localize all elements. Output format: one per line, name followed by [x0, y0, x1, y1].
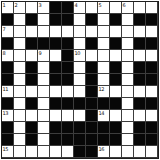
blocked-cell-r4c3 — [26, 38, 38, 50]
cell-r1c12[interactable] — [134, 2, 146, 14]
cell-r2c11[interactable] — [122, 14, 134, 26]
cell-r10c1[interactable]: 13 — [2, 110, 14, 122]
cell-r5c13[interactable] — [146, 50, 158, 62]
cell-r2c7[interactable] — [74, 14, 86, 26]
cell-r3c6[interactable] — [62, 26, 74, 38]
blocked-cell-r6c8 — [86, 62, 98, 74]
clue-number: 6 — [123, 2, 126, 8]
blocked-cell-r12c6 — [62, 134, 74, 146]
cell-r8c12[interactable] — [134, 86, 146, 98]
cell-r7c2[interactable] — [14, 74, 26, 86]
cell-r10c2[interactable] — [14, 110, 26, 122]
blocked-cell-r7c6 — [62, 74, 74, 86]
blocked-cell-r11c9 — [98, 122, 110, 134]
cell-r8c10[interactable] — [110, 86, 122, 98]
clue-number: 2 — [15, 2, 18, 8]
cell-r10c6[interactable] — [62, 110, 74, 122]
cell-r11c4[interactable] — [38, 122, 50, 134]
clue-number: 5 — [99, 2, 102, 8]
blocked-cell-r2c1 — [2, 14, 14, 26]
clue-number: 9 — [39, 50, 42, 56]
blocked-cell-r4c8 — [86, 38, 98, 50]
cell-r10c12[interactable] — [134, 110, 146, 122]
blocked-cell-r13c8 — [86, 146, 98, 158]
cell-r6c4[interactable] — [38, 62, 50, 74]
blocked-cell-r4c10 — [110, 38, 122, 50]
cell-r5c12[interactable] — [134, 50, 146, 62]
blocked-cell-r11c1 — [2, 122, 14, 134]
blocked-cell-r10c8 — [86, 110, 98, 122]
cell-r3c9[interactable] — [98, 26, 110, 38]
cell-r10c7[interactable] — [74, 110, 86, 122]
blocked-cell-r9c12 — [134, 98, 146, 110]
cell-r2c2[interactable] — [14, 14, 26, 26]
cell-r11c2[interactable] — [14, 122, 26, 134]
cell-r8c11[interactable] — [122, 86, 134, 98]
cell-r8c3[interactable] — [26, 86, 38, 98]
cell-r12c4[interactable] — [38, 134, 50, 146]
clue-number: 16 — [99, 146, 104, 152]
cell-r1c11[interactable]: 6 — [122, 2, 134, 14]
cell-r5c10[interactable] — [110, 50, 122, 62]
cell-r4c7[interactable] — [74, 38, 86, 50]
cell-r1c9[interactable]: 5 — [98, 2, 110, 14]
blocked-cell-r2c8 — [86, 14, 98, 26]
cell-r9c11[interactable] — [122, 98, 134, 110]
blocked-cell-r9c5 — [50, 98, 62, 110]
blocked-cell-r1c6 — [62, 2, 74, 14]
blocked-cell-r6c12 — [134, 62, 146, 74]
cell-r2c9[interactable] — [98, 14, 110, 26]
cell-r5c1[interactable]: 8 — [2, 50, 14, 62]
blocked-cell-r7c12 — [134, 74, 146, 86]
blocked-cell-r4c4 — [38, 38, 50, 50]
blocked-cell-r6c13 — [146, 62, 158, 74]
blocked-cell-r1c5 — [50, 2, 62, 14]
blocked-cell-r9c9 — [98, 98, 110, 110]
cell-r11c11[interactable] — [122, 122, 134, 134]
cell-r3c8[interactable] — [86, 26, 98, 38]
cell-r13c2[interactable] — [14, 146, 26, 158]
cell-r4c2[interactable] — [14, 38, 26, 50]
cell-r3c3[interactable] — [26, 26, 38, 38]
cell-r8c7[interactable] — [74, 86, 86, 98]
cell-r6c2[interactable] — [14, 62, 26, 74]
blocked-cell-r12c12 — [134, 134, 146, 146]
cell-r5c2[interactable] — [14, 50, 26, 62]
cell-r8c13[interactable] — [146, 86, 158, 98]
blocked-cell-r9c8 — [86, 98, 98, 110]
cell-r6c7[interactable] — [74, 62, 86, 74]
cell-r13c5[interactable] — [50, 146, 62, 158]
blocked-cell-r12c1 — [2, 134, 14, 146]
blocked-cell-r11c10 — [110, 122, 122, 134]
cell-r13c9[interactable]: 16 — [98, 146, 110, 158]
blocked-cell-r9c6 — [62, 98, 74, 110]
cell-r12c11[interactable] — [122, 134, 134, 146]
cell-r5c4[interactable]: 9 — [38, 50, 50, 62]
clue-number: 12 — [99, 86, 104, 92]
cell-r8c9[interactable]: 12 — [98, 86, 110, 98]
clue-number: 14 — [99, 110, 104, 116]
blocked-cell-r9c13 — [146, 98, 158, 110]
cell-r7c11[interactable] — [122, 74, 134, 86]
cell-r13c10[interactable] — [110, 146, 122, 158]
blocked-cell-r2c5 — [50, 14, 62, 26]
blocked-cell-r5c6 — [62, 50, 74, 62]
blocked-cell-r4c12 — [134, 38, 146, 50]
cell-r13c3[interactable] — [26, 146, 38, 158]
cell-r3c11[interactable] — [122, 26, 134, 38]
cell-r5c11[interactable] — [122, 50, 134, 62]
blocked-cell-r7c5 — [50, 74, 62, 86]
cell-r3c10[interactable] — [110, 26, 122, 38]
cell-r1c2[interactable]: 2 — [14, 2, 26, 14]
blocked-cell-r9c7 — [74, 98, 86, 110]
cell-r8c4[interactable] — [38, 86, 50, 98]
cell-r10c3[interactable] — [26, 110, 38, 122]
blocked-cell-r6c1 — [2, 62, 14, 74]
blocked-cell-r6c10 — [110, 62, 122, 74]
cell-r9c4[interactable] — [38, 98, 50, 110]
crossword-board: 12345678910111213141516 — [1, 1, 159, 159]
cell-r6c9[interactable] — [98, 62, 110, 74]
cell-r13c13[interactable] — [146, 146, 158, 158]
blocked-cell-r2c6 — [62, 14, 74, 26]
blocked-cell-r11c12 — [134, 122, 146, 134]
blocked-cell-r2c13 — [146, 14, 158, 26]
cell-r7c7[interactable] — [74, 74, 86, 86]
cell-r4c9[interactable] — [98, 38, 110, 50]
cell-r9c2[interactable] — [14, 98, 26, 110]
cell-r10c11[interactable] — [122, 110, 134, 122]
cell-r10c10[interactable] — [110, 110, 122, 122]
cell-r7c9[interactable] — [98, 74, 110, 86]
cell-r1c10[interactable] — [110, 2, 122, 14]
cell-r12c2[interactable] — [14, 134, 26, 146]
blocked-cell-r7c1 — [2, 74, 14, 86]
clue-number: 1 — [3, 2, 6, 8]
cell-r1c4[interactable]: 3 — [38, 2, 50, 14]
blocked-cell-r7c3 — [26, 74, 38, 86]
blocked-cell-r4c6 — [62, 38, 74, 50]
cell-r3c2[interactable] — [14, 26, 26, 38]
cell-r13c6[interactable] — [62, 146, 74, 158]
blocked-cell-r11c8 — [86, 122, 98, 134]
blocked-cell-r12c13 — [146, 134, 158, 146]
clue-number: 7 — [3, 26, 6, 32]
cell-r5c3[interactable] — [26, 50, 38, 62]
blocked-cell-r9c1 — [2, 98, 14, 110]
blocked-cell-r7c10 — [110, 74, 122, 86]
clue-number: 15 — [3, 146, 8, 152]
cell-r1c1[interactable]: 1 — [2, 2, 14, 14]
blocked-cell-r12c8 — [86, 134, 98, 146]
blocked-cell-r12c5 — [50, 134, 62, 146]
blocked-cell-r11c3 — [26, 122, 38, 134]
cell-r3c13[interactable] — [146, 26, 158, 38]
blocked-cell-r11c13 — [146, 122, 158, 134]
clue-number: 4 — [75, 2, 78, 8]
blocked-cell-r12c9 — [98, 134, 110, 146]
cell-r1c7[interactable]: 4 — [74, 2, 86, 14]
cell-r13c12[interactable] — [134, 146, 146, 158]
cell-r7c4[interactable] — [38, 74, 50, 86]
blocked-cell-r11c7 — [74, 122, 86, 134]
cell-r2c4[interactable] — [38, 14, 50, 26]
cell-r10c13[interactable] — [146, 110, 158, 122]
cell-r6c11[interactable] — [122, 62, 134, 74]
blocked-cell-r9c10 — [110, 98, 122, 110]
cell-r5c8[interactable] — [86, 50, 98, 62]
blocked-cell-r13c7 — [74, 146, 86, 158]
clue-number: 10 — [75, 50, 80, 56]
cell-r3c4[interactable] — [38, 26, 50, 38]
cell-r13c4[interactable] — [38, 146, 50, 158]
blocked-cell-r9c3 — [26, 98, 38, 110]
cell-r13c11[interactable] — [122, 146, 134, 158]
blocked-cell-r4c1 — [2, 38, 14, 50]
blocked-cell-r6c6 — [62, 62, 74, 74]
blocked-cell-r11c5 — [50, 122, 62, 134]
clue-number: 13 — [3, 110, 8, 116]
cell-r5c9[interactable] — [98, 50, 110, 62]
cell-r1c8[interactable] — [86, 2, 98, 14]
cell-r10c5[interactable] — [50, 110, 62, 122]
blocked-cell-r2c12 — [134, 14, 146, 26]
clue-number: 3 — [39, 2, 42, 8]
blocked-cell-r7c8 — [86, 74, 98, 86]
blocked-cell-r12c3 — [26, 134, 38, 146]
cell-r1c3[interactable] — [26, 2, 38, 14]
clue-number: 8 — [3, 50, 6, 56]
cell-r8c2[interactable] — [14, 86, 26, 98]
cell-r13c1[interactable]: 15 — [2, 146, 14, 158]
cell-r8c5[interactable] — [50, 86, 62, 98]
cell-r3c12[interactable] — [134, 26, 146, 38]
cell-r8c1[interactable]: 11 — [2, 86, 14, 98]
blocked-cell-r7c13 — [146, 74, 158, 86]
blocked-cell-r6c3 — [26, 62, 38, 74]
blocked-cell-r12c10 — [110, 134, 122, 146]
cell-r8c6[interactable] — [62, 86, 74, 98]
cell-r3c1[interactable]: 7 — [2, 26, 14, 38]
blocked-cell-r4c5 — [50, 38, 62, 50]
cell-r5c5[interactable] — [50, 50, 62, 62]
cell-r3c5[interactable] — [50, 26, 62, 38]
cell-r10c4[interactable] — [38, 110, 50, 122]
blocked-cell-r4c13 — [146, 38, 158, 50]
cell-r3c7[interactable] — [74, 26, 86, 38]
blocked-cell-r12c7 — [74, 134, 86, 146]
blocked-cell-r2c3 — [26, 14, 38, 26]
clue-number: 11 — [3, 86, 8, 92]
blocked-cell-r6c5 — [50, 62, 62, 74]
cell-r5c7[interactable]: 10 — [74, 50, 86, 62]
cell-r4c11[interactable] — [122, 38, 134, 50]
blocked-cell-r8c8 — [86, 86, 98, 98]
blocked-cell-r11c6 — [62, 122, 74, 134]
cell-r1c13[interactable] — [146, 2, 158, 14]
cell-r10c9[interactable]: 14 — [98, 110, 110, 122]
blocked-cell-r2c10 — [110, 14, 122, 26]
